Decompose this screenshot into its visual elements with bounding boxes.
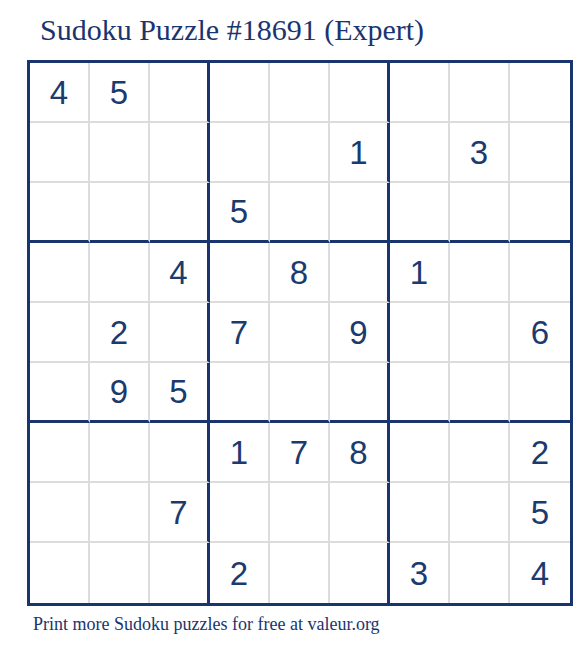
cell-r6c4	[210, 363, 270, 423]
cell-r4c8	[450, 243, 510, 303]
cell-r4c9	[510, 243, 570, 303]
cell-r5c3	[150, 303, 210, 363]
cell-r7c5: 7	[270, 423, 330, 483]
cell-r4c1	[30, 243, 90, 303]
cell-r7c8	[450, 423, 510, 483]
cell-r3c7	[390, 183, 450, 243]
sudoku-board: 45135481279695178275234	[27, 60, 573, 606]
cell-r9c2	[90, 543, 150, 603]
cell-r6c6	[330, 363, 390, 423]
cell-r6c8	[450, 363, 510, 423]
cell-r8c9: 5	[510, 483, 570, 543]
cell-r5c2: 2	[90, 303, 150, 363]
cell-r8c2	[90, 483, 150, 543]
cell-r4c7: 1	[390, 243, 450, 303]
page-title: Sudoku Puzzle #18691 (Expert)	[40, 13, 424, 47]
cell-r6c1	[30, 363, 90, 423]
cell-r4c4	[210, 243, 270, 303]
cell-r2c8: 3	[450, 123, 510, 183]
cell-r5c4: 7	[210, 303, 270, 363]
cell-r2c7	[390, 123, 450, 183]
cell-r4c5: 8	[270, 243, 330, 303]
cell-r1c5	[270, 63, 330, 123]
cell-r8c5	[270, 483, 330, 543]
cell-r5c5	[270, 303, 330, 363]
cell-r3c6	[330, 183, 390, 243]
cell-r1c7	[390, 63, 450, 123]
cell-r6c7	[390, 363, 450, 423]
cell-r5c1	[30, 303, 90, 363]
cell-r5c6: 9	[330, 303, 390, 363]
cell-r2c1	[30, 123, 90, 183]
cell-r2c3	[150, 123, 210, 183]
cell-r8c1	[30, 483, 90, 543]
cell-r4c3: 4	[150, 243, 210, 303]
cell-r2c6: 1	[330, 123, 390, 183]
cell-r1c4	[210, 63, 270, 123]
cell-r3c4: 5	[210, 183, 270, 243]
cell-r1c1: 4	[30, 63, 90, 123]
cell-r9c5	[270, 543, 330, 603]
cell-r6c5	[270, 363, 330, 423]
cell-r3c3	[150, 183, 210, 243]
cell-r5c7	[390, 303, 450, 363]
cell-r7c4: 1	[210, 423, 270, 483]
footer-text: Print more Sudoku puzzles for free at va…	[33, 614, 380, 635]
cell-r8c6	[330, 483, 390, 543]
cell-r9c9: 4	[510, 543, 570, 603]
cell-r3c8	[450, 183, 510, 243]
cell-r2c5	[270, 123, 330, 183]
cell-r3c5	[270, 183, 330, 243]
cell-r5c8	[450, 303, 510, 363]
cell-r1c8	[450, 63, 510, 123]
cell-r9c3	[150, 543, 210, 603]
cell-r6c3: 5	[150, 363, 210, 423]
cell-r5c9: 6	[510, 303, 570, 363]
cell-r2c4	[210, 123, 270, 183]
cell-r1c9	[510, 63, 570, 123]
cell-r3c2	[90, 183, 150, 243]
cell-r7c7	[390, 423, 450, 483]
cell-r1c3	[150, 63, 210, 123]
cell-r9c6	[330, 543, 390, 603]
cell-r4c6	[330, 243, 390, 303]
cell-r7c9: 2	[510, 423, 570, 483]
cell-r7c1	[30, 423, 90, 483]
cell-r7c3	[150, 423, 210, 483]
cell-r2c9	[510, 123, 570, 183]
cell-r3c1	[30, 183, 90, 243]
cell-r9c7: 3	[390, 543, 450, 603]
cell-r9c4: 2	[210, 543, 270, 603]
cell-r8c8	[450, 483, 510, 543]
cell-r1c2: 5	[90, 63, 150, 123]
cell-r6c2: 9	[90, 363, 150, 423]
cell-r4c2	[90, 243, 150, 303]
cell-r8c4	[210, 483, 270, 543]
cell-r6c9	[510, 363, 570, 423]
cell-r9c1	[30, 543, 90, 603]
cell-r2c2	[90, 123, 150, 183]
cell-r8c3: 7	[150, 483, 210, 543]
cell-r3c9	[510, 183, 570, 243]
cell-r8c7	[390, 483, 450, 543]
cell-r1c6	[330, 63, 390, 123]
cell-r9c8	[450, 543, 510, 603]
cell-r7c2	[90, 423, 150, 483]
cell-r7c6: 8	[330, 423, 390, 483]
